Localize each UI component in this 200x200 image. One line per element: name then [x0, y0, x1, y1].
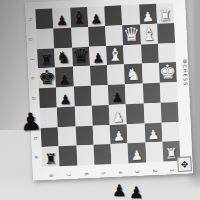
square-e5[interactable] — [90, 65, 108, 86]
piece-white-pawn-b2[interactable]: ♟ — [147, 128, 159, 142]
square-a5[interactable] — [93, 144, 111, 165]
piece-black-king-e8[interactable]: ♚ — [38, 67, 56, 87]
captured-black-pawn-1[interactable]: ♟ — [112, 183, 126, 199]
square-a4[interactable] — [111, 143, 129, 164]
square-d2[interactable] — [142, 83, 160, 104]
square-c2[interactable] — [143, 102, 161, 123]
piece-white-bishop-f4[interactable]: ♝ — [107, 47, 123, 65]
piece-black-pawn-e7[interactable]: ♟ — [58, 73, 70, 87]
square-g2[interactable]: ♝ — [140, 24, 158, 45]
square-a2[interactable] — [145, 142, 163, 163]
rank-label-5: 5 — [99, 165, 108, 183]
square-b7[interactable] — [58, 126, 76, 147]
square-d4[interactable]: ♟ — [108, 84, 126, 105]
square-e7[interactable]: ♟ — [55, 67, 73, 88]
square-h2[interactable]: ♟ — [139, 4, 157, 25]
square-b1[interactable] — [161, 121, 179, 142]
square-b4[interactable]: ♟ — [110, 124, 128, 145]
chess-grid[interactable]: ♟♝♟♟♜♛♝♜♞♛♟♝♚♟♞♚♟♟♟♟♟♜♟♜ — [35, 3, 180, 167]
square-e4[interactable] — [107, 65, 125, 86]
piece-white-bishop-g2[interactable]: ♝ — [141, 25, 157, 43]
square-d6[interactable] — [73, 86, 91, 107]
piece-white-pawn-a3[interactable]: ♟ — [131, 149, 143, 163]
square-f5[interactable]: ♟ — [89, 46, 107, 67]
square-g3[interactable]: ♛ — [122, 24, 140, 45]
captured-black-pawn-2[interactable]: ♟ — [129, 185, 143, 200]
rank-label-6: 6 — [82, 165, 91, 183]
piece-black-bishop-h6[interactable]: ♝ — [71, 9, 87, 27]
square-c4[interactable]: ♟ — [109, 104, 127, 125]
square-a3[interactable]: ♟ — [128, 143, 146, 164]
square-d5[interactable] — [91, 85, 109, 106]
rank-label-8: 8 — [47, 167, 56, 185]
piece-white-pawn-c4[interactable]: ♟ — [112, 110, 124, 124]
photo-stage: ♟♝♟♟♜♛♝♜♞♛♟♝♚♟♞♚♟♟♟♟♟♜♟♜ 87654321 hgfedc… — [0, 0, 200, 200]
square-f7[interactable]: ♞ — [54, 47, 72, 68]
square-f6[interactable]: ♛ — [72, 46, 90, 67]
square-g5[interactable] — [88, 26, 106, 47]
piece-black-pawn-d4[interactable]: ♟ — [111, 90, 123, 104]
rank-label-4: 4 — [116, 164, 125, 182]
square-e2[interactable] — [141, 63, 159, 84]
square-e8[interactable]: ♚ — [38, 68, 56, 89]
four-arrows-logo-icon: ✥ — [177, 156, 192, 172]
piece-white-pawn-b4[interactable]: ♟ — [113, 130, 125, 144]
square-h6[interactable]: ♝ — [70, 7, 88, 28]
piece-white-queen-g3[interactable]: ♛ — [122, 24, 140, 44]
square-c7[interactable] — [57, 106, 75, 127]
square-g4[interactable] — [105, 25, 123, 46]
square-b5[interactable] — [92, 125, 110, 146]
rank-label-1: 1 — [168, 161, 177, 179]
square-h4[interactable] — [104, 5, 122, 26]
file-label-d: d — [24, 93, 44, 104]
square-f2[interactable] — [141, 43, 159, 64]
piece-white-pawn-h2[interactable]: ♟ — [142, 10, 154, 24]
piece-black-rook-a8[interactable]: ♜ — [44, 151, 57, 166]
square-h7[interactable]: ♟ — [53, 8, 71, 29]
piece-white-knight-e3[interactable]: ♞ — [126, 67, 141, 84]
square-a6[interactable] — [76, 145, 94, 166]
square-c6[interactable] — [74, 106, 92, 127]
square-c1[interactable] — [160, 102, 178, 123]
square-e1[interactable]: ♚ — [159, 62, 177, 83]
piece-black-queen-f6[interactable]: ♛ — [72, 46, 90, 66]
square-b6[interactable] — [75, 125, 93, 146]
captured-black-piece-left-border[interactable]: ♟ — [19, 109, 42, 134]
file-label-h: h — [21, 14, 41, 25]
square-a7[interactable] — [59, 146, 77, 167]
square-d1[interactable] — [160, 82, 178, 103]
square-d7[interactable]: ♟ — [56, 87, 74, 108]
piece-black-pawn-f5[interactable]: ♟ — [92, 51, 104, 65]
square-g7[interactable] — [53, 27, 71, 48]
chess-board-mat: ♟♝♟♟♜♛♝♜♞♛♟♝♚♟♞♚♟♟♟♟♟♜♟♜ 87654321 hgfedc… — [25, 0, 193, 181]
piece-black-pawn-d7[interactable]: ♟ — [59, 92, 71, 106]
piece-white-rook-h1[interactable]: ♜ — [159, 8, 172, 23]
square-f4[interactable]: ♝ — [106, 45, 124, 66]
square-c5[interactable] — [92, 105, 110, 126]
square-e6[interactable] — [73, 66, 91, 87]
rank-label-2: 2 — [151, 162, 160, 180]
rank-label-7: 7 — [64, 166, 73, 184]
square-h5[interactable]: ♟ — [87, 6, 105, 27]
square-d3[interactable] — [125, 83, 143, 104]
piece-white-king-e1[interactable]: ♚ — [159, 62, 177, 82]
square-b3[interactable] — [127, 123, 145, 144]
square-f3[interactable] — [123, 44, 141, 65]
square-e3[interactable]: ♞ — [124, 64, 142, 85]
rank-label-3: 3 — [133, 163, 142, 181]
piece-black-knight-f7[interactable]: ♞ — [56, 50, 71, 67]
piece-white-rook-a1[interactable]: ♜ — [165, 146, 178, 161]
square-g1[interactable] — [157, 23, 175, 44]
square-a1[interactable]: ♜ — [162, 141, 180, 162]
square-c3[interactable] — [126, 103, 144, 124]
piece-black-pawn-h7[interactable]: ♟ — [56, 14, 68, 28]
piece-black-pawn-h5[interactable]: ♟ — [90, 12, 102, 26]
square-b2[interactable]: ♟ — [144, 122, 162, 143]
square-h1[interactable]: ♜ — [156, 3, 174, 24]
square-a8[interactable]: ♜ — [42, 147, 60, 168]
file-label-g: g — [22, 34, 42, 45]
